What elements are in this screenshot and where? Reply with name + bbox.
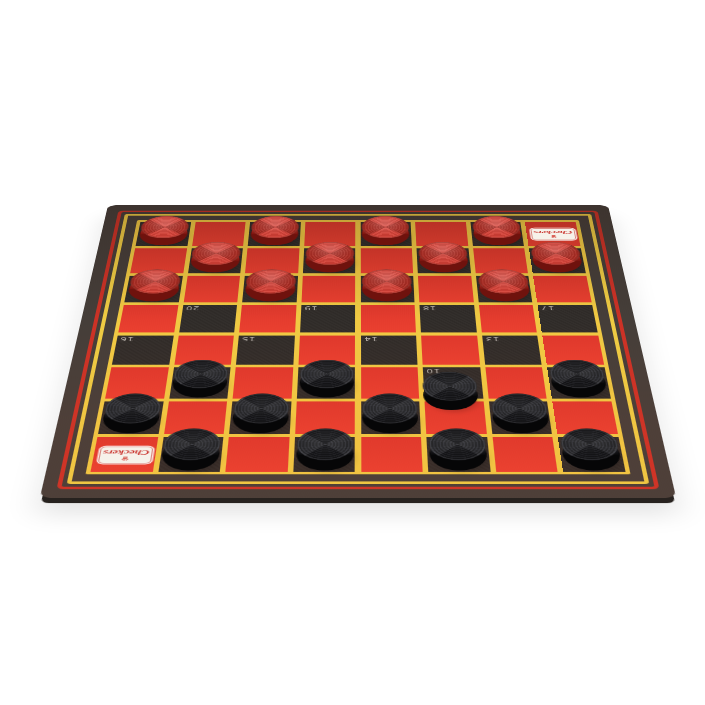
square-number-label: 15	[242, 336, 256, 342]
crown-icon: ♛	[550, 235, 558, 238]
square-r4-c3	[239, 305, 296, 333]
black-piece-sq1[interactable]	[560, 438, 623, 470]
black-piece-sq2[interactable]	[429, 438, 489, 470]
black-piece-sq5[interactable]	[491, 402, 550, 433]
piece-top	[362, 269, 412, 293]
red-piece-sq29[interactable]	[472, 223, 523, 246]
red-piece-sq30[interactable]	[362, 223, 410, 246]
square-number-label: 14	[364, 336, 378, 342]
board-perspective-wrap: 3231302928272625242322212019181716151413…	[40, 205, 676, 498]
square-r4-c2[interactable]: 20	[179, 305, 237, 333]
red-piece-sq31[interactable]	[250, 223, 299, 246]
red-piece-sq21[interactable]	[478, 277, 531, 302]
square-number-label: 19	[304, 305, 318, 310]
black-piece-sq10[interactable]	[422, 381, 479, 411]
red-piece-sq23[interactable]	[244, 277, 296, 302]
square-r3-c8	[533, 276, 591, 303]
piece-top	[363, 393, 419, 423]
red-piece-sq24[interactable]	[126, 277, 180, 302]
square-number-label: 20	[185, 305, 199, 310]
checkers-logo-far-corner: ♛ Checkers	[531, 228, 577, 240]
square-r8-c3	[226, 437, 290, 472]
red-piece-sq25[interactable]	[531, 249, 584, 273]
square-number-label: 16	[120, 336, 135, 342]
square-number-label: 18	[423, 305, 437, 310]
piece-top	[422, 372, 478, 401]
piece-top	[362, 216, 410, 238]
square-r3-c2	[183, 276, 240, 303]
square-r8-c7	[492, 437, 558, 472]
logo-text: Checkers	[102, 449, 150, 456]
square-r5-c6	[421, 335, 480, 364]
black-piece-sq12[interactable]	[171, 368, 229, 397]
square-r5-c7[interactable]: 13	[482, 335, 542, 364]
red-piece-sq22[interactable]	[362, 277, 413, 302]
piece-top	[305, 242, 354, 265]
square-r4-c7	[479, 305, 537, 333]
piece-top	[299, 360, 353, 389]
black-piece-sq3[interactable]	[295, 438, 353, 470]
black-piece-sq4[interactable]	[160, 438, 221, 470]
canvas: 3231302928272625242322212019181716151413…	[0, 0, 705, 705]
square-number-label: 17	[541, 305, 555, 310]
black-piece-sq11[interactable]	[299, 368, 354, 397]
red-piece-sq32[interactable]	[137, 223, 189, 246]
black-piece-sq7[interactable]	[231, 402, 289, 433]
red-piece-sq26[interactable]	[418, 249, 469, 273]
square-r3-c6	[418, 276, 474, 303]
black-piece-sq9[interactable]	[550, 368, 609, 397]
square-r4-c6[interactable]: 18	[420, 305, 477, 333]
square-r4-c4[interactable]: 19	[300, 305, 356, 333]
square-r3-c4	[301, 276, 355, 303]
square-r4-c5	[360, 305, 416, 333]
black-piece-sq8[interactable]	[100, 402, 161, 433]
square-r5-c1[interactable]: 16	[112, 335, 174, 364]
black-piece-sq6[interactable]	[363, 402, 419, 433]
red-piece-sq27[interactable]	[305, 249, 354, 273]
square-r4-c1	[118, 305, 178, 333]
square-r4-c8[interactable]: 17	[538, 305, 598, 333]
checkers-logo-near-corner: ♛ Checkers	[97, 446, 153, 463]
piece-top	[428, 429, 487, 461]
piece-top	[296, 429, 354, 461]
square-r5-c5[interactable]: 14	[361, 335, 418, 364]
square-r8-c5	[361, 437, 423, 472]
logo-text: Checkers	[534, 230, 573, 235]
square-r5-c3[interactable]: 15	[236, 335, 295, 364]
piece-top	[418, 242, 468, 265]
checkers-board: 3231302928272625242322212019181716151413…	[40, 205, 676, 498]
square-number-label: 13	[485, 336, 499, 342]
red-piece-sq28[interactable]	[189, 249, 241, 273]
